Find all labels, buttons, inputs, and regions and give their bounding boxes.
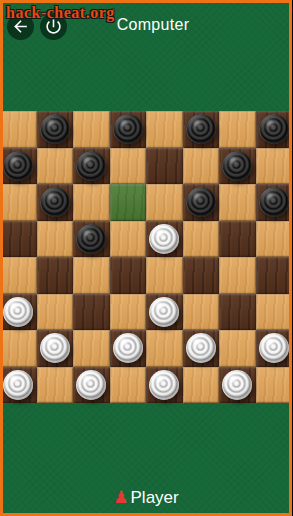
board-square-r4c1[interactable] bbox=[0, 221, 37, 258]
black-checker[interactable] bbox=[186, 187, 216, 217]
board-square-r3c7 bbox=[219, 184, 256, 221]
white-checker[interactable] bbox=[149, 370, 179, 400]
board-square-r7c4[interactable] bbox=[110, 330, 147, 367]
board-square-r5c3 bbox=[73, 257, 110, 294]
black-checker[interactable] bbox=[259, 114, 289, 144]
red-pawn-icon: ♟︎ bbox=[113, 489, 128, 506]
board-square-r7c2[interactable] bbox=[37, 330, 74, 367]
white-checker[interactable] bbox=[113, 333, 143, 363]
board-square-r1c4[interactable] bbox=[110, 111, 147, 148]
board-square-r5c5 bbox=[146, 257, 183, 294]
white-checker[interactable] bbox=[76, 370, 106, 400]
white-checker[interactable] bbox=[3, 370, 33, 400]
board-square-r1c1 bbox=[0, 111, 37, 148]
board-square-r4c5[interactable] bbox=[146, 221, 183, 258]
board-square-r8c2 bbox=[37, 367, 74, 404]
board-square-r6c5[interactable] bbox=[146, 294, 183, 331]
board-square-r5c8[interactable] bbox=[256, 257, 293, 294]
board-square-r8c8 bbox=[256, 367, 293, 404]
board-square-r1c6[interactable] bbox=[183, 111, 220, 148]
board-square-r2c1[interactable] bbox=[0, 148, 37, 185]
board-square-r4c4 bbox=[110, 221, 147, 258]
highlighted-square-r3c4[interactable] bbox=[110, 184, 147, 221]
board-square-r7c1 bbox=[0, 330, 37, 367]
board-square-r3c5 bbox=[146, 184, 183, 221]
board-square-r4c6 bbox=[183, 221, 220, 258]
checkers-board bbox=[0, 111, 292, 403]
board-square-r6c8 bbox=[256, 294, 293, 331]
board-square-r2c4 bbox=[110, 148, 147, 185]
board-square-r4c8 bbox=[256, 221, 293, 258]
white-checker[interactable] bbox=[3, 297, 33, 327]
board-square-r8c4 bbox=[110, 367, 147, 404]
white-checker[interactable] bbox=[222, 370, 252, 400]
board-square-r7c8[interactable] bbox=[256, 330, 293, 367]
board-square-r5c2[interactable] bbox=[37, 257, 74, 294]
black-checker[interactable] bbox=[3, 151, 33, 181]
black-checker[interactable] bbox=[40, 187, 70, 217]
watermark-text: hack-cheat.org bbox=[6, 4, 115, 22]
board-square-r2c7[interactable] bbox=[219, 148, 256, 185]
board-square-r8c1[interactable] bbox=[0, 367, 37, 404]
board-square-r3c6[interactable] bbox=[183, 184, 220, 221]
board-square-r1c2[interactable] bbox=[37, 111, 74, 148]
board-square-r6c4 bbox=[110, 294, 147, 331]
board-square-r6c3[interactable] bbox=[73, 294, 110, 331]
board-square-r2c2 bbox=[37, 148, 74, 185]
black-checker[interactable] bbox=[40, 114, 70, 144]
checkers-app-screen: hack-cheat.org Computer ♟︎ Player bbox=[0, 0, 292, 516]
board-square-r1c7 bbox=[219, 111, 256, 148]
player-label: Player bbox=[131, 488, 179, 508]
board-square-r3c8[interactable] bbox=[256, 184, 293, 221]
board-square-r7c5 bbox=[146, 330, 183, 367]
player-row: ♟︎ Player bbox=[0, 487, 292, 509]
board-square-r6c1[interactable] bbox=[0, 294, 37, 331]
white-checker[interactable] bbox=[149, 297, 179, 327]
board-square-r5c6[interactable] bbox=[183, 257, 220, 294]
board-square-r8c5[interactable] bbox=[146, 367, 183, 404]
white-checker[interactable] bbox=[40, 333, 70, 363]
board-square-r5c1 bbox=[0, 257, 37, 294]
black-checker[interactable] bbox=[113, 114, 143, 144]
board-square-r7c3 bbox=[73, 330, 110, 367]
black-checker[interactable] bbox=[76, 151, 106, 181]
board-square-r8c6 bbox=[183, 367, 220, 404]
board-square-r1c8[interactable] bbox=[256, 111, 293, 148]
board-square-r6c7[interactable] bbox=[219, 294, 256, 331]
board-square-r3c3 bbox=[73, 184, 110, 221]
board-square-r2c8 bbox=[256, 148, 293, 185]
black-checker[interactable] bbox=[76, 224, 106, 254]
black-checker[interactable] bbox=[186, 114, 216, 144]
board-square-r1c3 bbox=[73, 111, 110, 148]
board-square-r1c5 bbox=[146, 111, 183, 148]
white-checker[interactable] bbox=[149, 224, 179, 254]
board-square-r4c3[interactable] bbox=[73, 221, 110, 258]
board-square-r3c1 bbox=[0, 184, 37, 221]
board-square-r5c7 bbox=[219, 257, 256, 294]
board-square-r6c6 bbox=[183, 294, 220, 331]
board-square-r4c7[interactable] bbox=[219, 221, 256, 258]
board-square-r7c7 bbox=[219, 330, 256, 367]
white-checker[interactable] bbox=[186, 333, 216, 363]
board-square-r7c6[interactable] bbox=[183, 330, 220, 367]
black-checker[interactable] bbox=[259, 187, 289, 217]
board-square-r8c3[interactable] bbox=[73, 367, 110, 404]
board-square-r3c2[interactable] bbox=[37, 184, 74, 221]
board-square-r4c2 bbox=[37, 221, 74, 258]
board-square-r8c7[interactable] bbox=[219, 367, 256, 404]
board-square-r6c2 bbox=[37, 294, 74, 331]
white-checker[interactable] bbox=[259, 333, 289, 363]
board-square-r2c6 bbox=[183, 148, 220, 185]
black-checker[interactable] bbox=[222, 151, 252, 181]
board-square-r5c4[interactable] bbox=[110, 257, 147, 294]
board-square-r2c5[interactable] bbox=[146, 148, 183, 185]
board-square-r2c3[interactable] bbox=[73, 148, 110, 185]
